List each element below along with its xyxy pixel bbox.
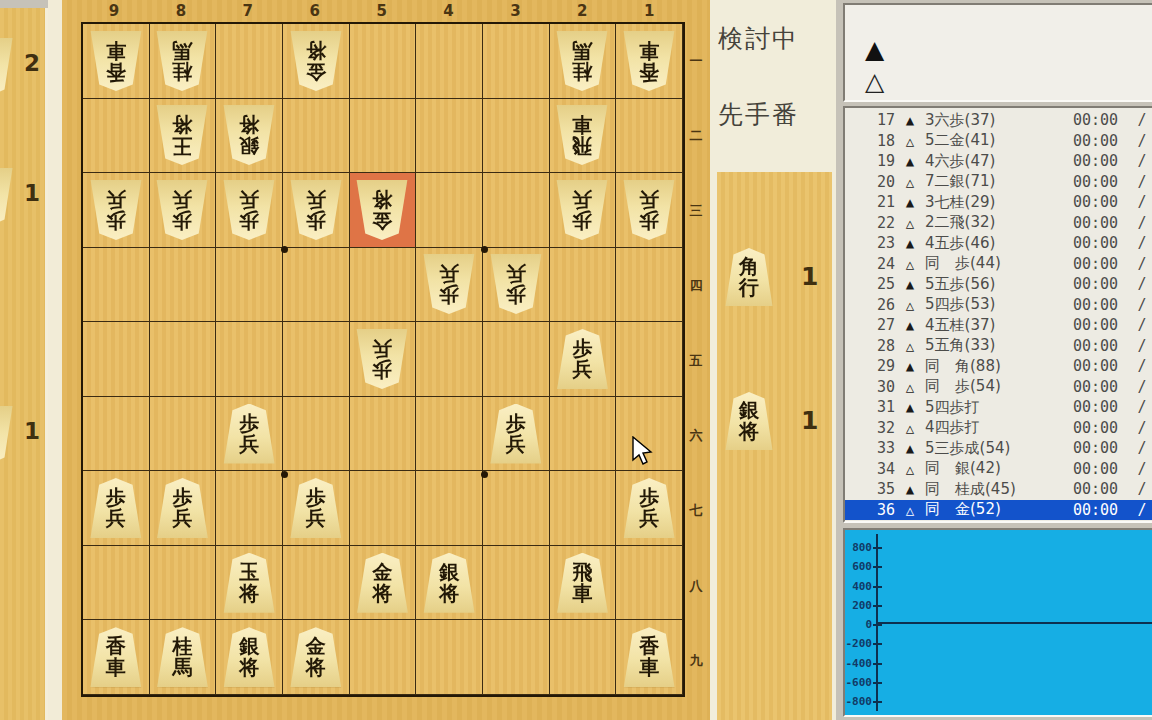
move-mv: 5三歩成(54) [925, 439, 1073, 458]
rank-label-六: 六 [686, 427, 706, 445]
move-row-35[interactable]: 35▲同 桂成(45)00:00/ [845, 479, 1152, 500]
move-sl: / [1133, 193, 1151, 211]
board-cell-3九[interactable] [483, 620, 550, 695]
board-cell-8九[interactable]: 桂馬 [150, 620, 217, 695]
move-no: 32 [845, 419, 895, 437]
move-mk: △ [895, 256, 925, 272]
move-mv: 3七桂(29) [925, 193, 1073, 212]
board-cell-4三[interactable] [416, 173, 483, 248]
koma-sente-角行: 角行 [724, 248, 774, 306]
eval-tick-mark [873, 643, 882, 645]
move-no: 34 [845, 460, 895, 478]
move-sl: / [1133, 501, 1151, 519]
board-cell-6七[interactable]: 歩兵 [283, 471, 350, 546]
eval-tick-label--200: -200 [845, 637, 872, 650]
koma-sente-香車: 香車 [622, 627, 676, 687]
board-cell-1七[interactable]: 歩兵 [616, 471, 683, 546]
board-cell-5二[interactable] [350, 99, 417, 174]
move-mk: △ [895, 174, 925, 190]
move-no: 18 [845, 132, 895, 150]
board-cell-2六[interactable] [550, 397, 617, 472]
koma-gote-香車: 香車 [622, 31, 676, 91]
file-label-3: 3 [503, 2, 527, 20]
player-info-box: ▲ △ [843, 3, 1152, 102]
move-mk: ▲ [895, 481, 925, 497]
board-cell-9二[interactable] [83, 99, 150, 174]
eval-tick-label-800: 800 [845, 541, 872, 554]
move-row-32[interactable]: 32△4四歩打00:00/ [845, 418, 1152, 439]
move-sl: / [1133, 337, 1151, 355]
move-mk: △ [895, 338, 925, 354]
move-tm: 00:00 [1073, 173, 1133, 191]
board-cell-6六[interactable] [283, 397, 350, 472]
board-cell-5五[interactable]: 歩兵 [350, 322, 417, 397]
move-row-28[interactable]: 28△5五角(33)00:00/ [845, 336, 1152, 357]
board-cell-9一[interactable]: 香車 [83, 24, 150, 99]
move-mv: 同 金(52) [925, 500, 1073, 519]
eval-tick-mark [873, 663, 882, 665]
koma-gote-桂馬: 桂馬 [555, 31, 609, 91]
board-cell-3四[interactable]: 歩兵 [483, 248, 550, 323]
shogi-analysis-app: 歩兵2桂馬1角行1 987654321 香車桂馬金将桂馬香車王将銀将飛車歩兵歩兵… [0, 0, 1152, 720]
board-cell-3六[interactable]: 歩兵 [483, 397, 550, 472]
move-sl: / [1133, 234, 1151, 252]
move-mv: 4六歩(47) [925, 152, 1073, 171]
move-row-18[interactable]: 18△5二金(41)00:00/ [845, 131, 1152, 152]
move-row-31[interactable]: 31▲5四歩打00:00/ [845, 397, 1152, 418]
move-sl: / [1133, 255, 1151, 273]
mouse-cursor-icon [632, 436, 654, 470]
move-tm: 00:00 [1073, 214, 1133, 232]
rank-label-四: 四 [686, 277, 706, 295]
shogi-board: 香車桂馬金将桂馬香車王将銀将飛車歩兵歩兵歩兵歩兵金将歩兵歩兵歩兵歩兵歩兵歩兵歩兵… [81, 22, 685, 697]
move-no: 33 [845, 439, 895, 457]
koma-sente-玉将: 玉将 [222, 553, 276, 613]
board-cell-5三[interactable]: 金将 [350, 173, 417, 248]
move-mk: △ [895, 379, 925, 395]
koma-sente-香車: 香車 [89, 627, 143, 687]
board-cell-6四[interactable] [283, 248, 350, 323]
move-no: 28 [845, 337, 895, 355]
move-mk: ▲ [895, 317, 925, 333]
koma-gote-香車: 香車 [89, 31, 143, 91]
board-cell-2八[interactable]: 飛車 [550, 546, 617, 621]
move-no: 35 [845, 480, 895, 498]
board-cell-9七[interactable]: 歩兵 [83, 471, 150, 546]
koma-sente-銀将: 銀将 [422, 553, 476, 613]
board-cell-2五[interactable]: 歩兵 [550, 322, 617, 397]
move-mv: 5五歩(56) [925, 275, 1073, 294]
move-mk: ▲ [895, 194, 925, 210]
move-sl: / [1133, 460, 1151, 478]
move-row-20[interactable]: 20△7二銀(71)00:00/ [845, 172, 1152, 193]
move-mk: △ [895, 461, 925, 477]
move-tm: 00:00 [1073, 460, 1133, 478]
hand-count-gote-桂馬: 1 [24, 180, 40, 206]
move-row-34[interactable]: 34△同 銀(42)00:00/ [845, 459, 1152, 480]
divider [48, 0, 62, 720]
eval-tick-mark [873, 586, 882, 588]
koma-sente-歩兵: 歩兵 [489, 404, 543, 464]
analysis-status-label: 検討中 [718, 22, 799, 55]
move-sl: / [1133, 316, 1151, 334]
move-mk: △ [895, 420, 925, 436]
eval-zero-line [876, 622, 1152, 624]
move-sl: / [1133, 419, 1151, 437]
file-label-1: 1 [637, 2, 661, 20]
board-cell-6九[interactable]: 金将 [283, 620, 350, 695]
move-no: 25 [845, 275, 895, 293]
move-mv: 同 歩(44) [925, 254, 1073, 273]
move-row-17[interactable]: 17▲3六歩(37)00:00/ [845, 110, 1152, 131]
board-cell-4八[interactable]: 銀将 [416, 546, 483, 621]
board-cell-2四[interactable] [550, 248, 617, 323]
move-tm: 00:00 [1073, 255, 1133, 273]
eval-tick-label--800: -800 [845, 695, 872, 708]
move-mv: 5五角(33) [925, 336, 1073, 355]
board-cell-6一[interactable]: 金将 [283, 24, 350, 99]
eval-tick-mark [873, 566, 882, 568]
board-cell-9五[interactable] [83, 322, 150, 397]
move-mk: ▲ [895, 153, 925, 169]
move-tm: 00:00 [1073, 296, 1133, 314]
koma-gote-王将: 王将 [155, 105, 209, 165]
board-cell-1三[interactable]: 歩兵 [616, 173, 683, 248]
move-mv: 4五桂(37) [925, 316, 1073, 335]
hand-piece-gote-桂馬: 桂馬 [0, 168, 14, 226]
hoshi-point [481, 246, 488, 253]
board-cell-4五[interactable] [416, 322, 483, 397]
board-cell-3五[interactable] [483, 322, 550, 397]
koma-sente-歩兵: 歩兵 [555, 329, 609, 389]
board-cell-4七[interactable] [416, 471, 483, 546]
board-cell-8五[interactable] [150, 322, 217, 397]
move-sl: / [1133, 214, 1151, 232]
hand-count-gote-角行: 1 [24, 418, 40, 444]
koma-gote-歩兵: 歩兵 [89, 180, 143, 240]
eval-tick-mark [873, 682, 882, 684]
koma-gote-歩兵: 歩兵 [155, 180, 209, 240]
eval-tick-label-600: 600 [845, 560, 872, 573]
koma-sente-歩兵: 歩兵 [155, 478, 209, 538]
board-cell-8二[interactable]: 王将 [150, 99, 217, 174]
eval-tick-mark [873, 701, 882, 703]
board-cell-7四[interactable] [216, 248, 283, 323]
move-tm: 00:00 [1073, 419, 1133, 437]
move-mv: 同 桂成(45) [925, 480, 1073, 499]
move-sl: / [1133, 398, 1151, 416]
move-sl: / [1133, 152, 1151, 170]
board-cell-9九[interactable]: 香車 [83, 620, 150, 695]
eval-tick-label--400: -400 [845, 657, 872, 670]
move-row-25[interactable]: 25▲5五歩(56)00:00/ [845, 274, 1152, 295]
board-cell-1五[interactable] [616, 322, 683, 397]
move-row-29[interactable]: 29▲同 角(88)00:00/ [845, 356, 1152, 377]
koma-gote-角行: 角行 [0, 406, 14, 464]
move-mv: 同 歩(54) [925, 377, 1073, 396]
move-row-33[interactable]: 33▲5三歩成(54)00:00/ [845, 438, 1152, 459]
board-cell-7五[interactable] [216, 322, 283, 397]
move-row-23[interactable]: 23▲4五歩(46)00:00/ [845, 233, 1152, 254]
file-label-2: 2 [570, 2, 594, 20]
board-cell-7九[interactable]: 銀将 [216, 620, 283, 695]
rank-label-八: 八 [686, 577, 706, 595]
hand-count-gote-歩兵: 2 [24, 50, 40, 76]
move-mv: 5二金(41) [925, 131, 1073, 150]
hoshi-point [481, 471, 488, 478]
board-cell-3一[interactable] [483, 24, 550, 99]
file-label-4: 4 [437, 2, 461, 20]
koma-sente-金将: 金将 [355, 553, 409, 613]
koma-gote-金将: 金将 [289, 31, 343, 91]
koma-gote-歩兵: 歩兵 [489, 254, 543, 314]
move-mk: ▲ [895, 112, 925, 128]
move-mk: △ [895, 133, 925, 149]
board-cell-1一[interactable]: 香車 [616, 24, 683, 99]
move-sl: / [1133, 275, 1151, 293]
board-cell-1二[interactable] [616, 99, 683, 174]
hoshi-point [281, 471, 288, 478]
koma-gote-歩兵: 歩兵 [0, 38, 14, 96]
move-sl: / [1133, 173, 1151, 191]
board-cell-8六[interactable] [150, 397, 217, 472]
board-cell-3八[interactable] [483, 546, 550, 621]
board-cell-6三[interactable]: 歩兵 [283, 173, 350, 248]
board-cell-3七[interactable] [483, 471, 550, 546]
koma-gote-歩兵: 歩兵 [555, 180, 609, 240]
board-cell-2一[interactable]: 桂馬 [550, 24, 617, 99]
move-mk: △ [895, 297, 925, 313]
board-cell-9八[interactable] [83, 546, 150, 621]
eval-tick-label-0: 0 [845, 618, 872, 631]
move-mk: ▲ [895, 276, 925, 292]
move-tm: 00:00 [1073, 439, 1133, 457]
sente-player-mark: ▲ [865, 35, 884, 64]
move-mk: ▲ [895, 440, 925, 456]
board-cell-9四[interactable] [83, 248, 150, 323]
rank-label-五: 五 [686, 352, 706, 370]
move-tm: 00:00 [1073, 234, 1133, 252]
gote-hand-tray: 歩兵2桂馬1角行1 [0, 8, 48, 720]
move-no: 36 [845, 501, 895, 519]
board-cell-3二[interactable] [483, 99, 550, 174]
hoshi-point [281, 246, 288, 253]
file-label-6: 6 [303, 2, 327, 20]
board-cell-9三[interactable]: 歩兵 [83, 173, 150, 248]
move-row-36[interactable]: 36△同 金(52)00:00/ [845, 500, 1152, 521]
hand-count-sente-角行: 1 [801, 262, 818, 291]
board-cell-4四[interactable]: 歩兵 [416, 248, 483, 323]
koma-sente-飛車: 飛車 [555, 553, 609, 613]
eval-tick-mark [873, 605, 882, 607]
koma-gote-歩兵: 歩兵 [422, 254, 476, 314]
move-no: 27 [845, 316, 895, 334]
move-no: 17 [845, 111, 895, 129]
move-mk: ▲ [895, 235, 925, 251]
move-tm: 00:00 [1073, 316, 1133, 334]
sente-hand-tray: 角行1銀将1 [717, 172, 832, 720]
hand-piece-sente-銀将: 銀将 [724, 392, 774, 450]
board-cell-2九[interactable] [550, 620, 617, 695]
board-cell-2三[interactable]: 歩兵 [550, 173, 617, 248]
board-cell-8七[interactable]: 歩兵 [150, 471, 217, 546]
hand-piece-sente-角行: 角行 [724, 248, 774, 306]
move-no: 31 [845, 398, 895, 416]
board-cell-7二[interactable]: 銀将 [216, 99, 283, 174]
koma-sente-桂馬: 桂馬 [155, 627, 209, 687]
board-cell-2二[interactable]: 飛車 [550, 99, 617, 174]
move-no: 30 [845, 378, 895, 396]
move-row-26[interactable]: 26△5四歩(53)00:00/ [845, 295, 1152, 316]
board-cell-5一[interactable] [350, 24, 417, 99]
move-row-27[interactable]: 27▲4五桂(37)00:00/ [845, 315, 1152, 336]
board-cell-3三[interactable] [483, 173, 550, 248]
board-cell-5六[interactable] [350, 397, 417, 472]
move-sl: / [1133, 378, 1151, 396]
move-tm: 00:00 [1073, 193, 1133, 211]
move-sl: / [1133, 132, 1151, 150]
file-label-5: 5 [370, 2, 394, 20]
move-mv: 4五歩(46) [925, 234, 1073, 253]
board-cell-9六[interactable] [83, 397, 150, 472]
board-cell-5八[interactable]: 金将 [350, 546, 417, 621]
move-row-30[interactable]: 30△同 歩(54)00:00/ [845, 377, 1152, 398]
board-cell-7一[interactable] [216, 24, 283, 99]
move-no: 29 [845, 357, 895, 375]
board-cell-8四[interactable] [150, 248, 217, 323]
move-row-21[interactable]: 21▲3七桂(29)00:00/ [845, 192, 1152, 213]
move-tm: 00:00 [1073, 501, 1133, 519]
board-cell-1九[interactable]: 香車 [616, 620, 683, 695]
koma-gote-金将: 金将 [355, 180, 409, 240]
move-row-22[interactable]: 22△2二飛(32)00:00/ [845, 213, 1152, 234]
move-sl: / [1133, 296, 1151, 314]
move-mv: 同 角(88) [925, 357, 1073, 376]
move-tm: 00:00 [1073, 132, 1133, 150]
koma-sente-銀将: 銀将 [222, 627, 276, 687]
koma-gote-歩兵: 歩兵 [222, 180, 276, 240]
move-mk: ▲ [895, 399, 925, 415]
move-no: 19 [845, 152, 895, 170]
move-no: 21 [845, 193, 895, 211]
eval-tick-label--600: -600 [845, 676, 872, 689]
board-cell-4一[interactable] [416, 24, 483, 99]
file-label-9: 9 [102, 2, 126, 20]
board-cell-1四[interactable] [616, 248, 683, 323]
move-row-24[interactable]: 24△同 歩(44)00:00/ [845, 254, 1152, 275]
board-cell-4六[interactable] [416, 397, 483, 472]
koma-gote-歩兵: 歩兵 [622, 180, 676, 240]
koma-gote-銀将: 銀将 [222, 105, 276, 165]
board-cell-5七[interactable] [350, 471, 417, 546]
rank-label-七: 七 [686, 502, 706, 520]
move-mv: 5四歩打 [925, 398, 1073, 417]
move-sl: / [1133, 357, 1151, 375]
move-mk: △ [895, 215, 925, 231]
rank-label-一: 一 [686, 52, 706, 70]
move-tm: 00:00 [1073, 337, 1133, 355]
koma-gote-飛車: 飛車 [555, 105, 609, 165]
move-no: 22 [845, 214, 895, 232]
koma-sente-金将: 金将 [289, 627, 343, 687]
gote-player-mark: △ [865, 67, 884, 96]
koma-gote-歩兵: 歩兵 [355, 329, 409, 389]
koma-gote-桂馬: 桂馬 [0, 168, 14, 226]
file-label-8: 8 [169, 2, 193, 20]
rank-label-三: 三 [686, 202, 706, 220]
hand-piece-gote-歩兵: 歩兵 [0, 38, 14, 96]
eval-tick-label-400: 400 [845, 580, 872, 593]
move-tm: 00:00 [1073, 152, 1133, 170]
board-cell-5四[interactable] [350, 248, 417, 323]
board-cell-4二[interactable] [416, 99, 483, 174]
board-cell-8三[interactable]: 歩兵 [150, 173, 217, 248]
eval-tick-mark [873, 547, 882, 549]
board-cell-7七[interactable] [216, 471, 283, 546]
move-no: 26 [845, 296, 895, 314]
board-cell-2七[interactable] [550, 471, 617, 546]
file-label-7: 7 [236, 2, 260, 20]
rank-label-九: 九 [686, 652, 706, 670]
board-cell-8八[interactable] [150, 546, 217, 621]
move-sl: / [1133, 111, 1151, 129]
board-cell-7三[interactable]: 歩兵 [216, 173, 283, 248]
koma-sente-歩兵: 歩兵 [289, 478, 343, 538]
move-tm: 00:00 [1073, 378, 1133, 396]
move-sl: / [1133, 439, 1151, 457]
board-cell-6二[interactable] [283, 99, 350, 174]
move-tm: 00:00 [1073, 398, 1133, 416]
move-mv: 4四歩打 [925, 418, 1073, 437]
board-cell-6五[interactable] [283, 322, 350, 397]
move-no: 23 [845, 234, 895, 252]
rank-label-二: 二 [686, 127, 706, 145]
move-mv: 同 銀(42) [925, 459, 1073, 478]
board-cell-6八[interactable] [283, 546, 350, 621]
move-tm: 00:00 [1073, 111, 1133, 129]
eval-tick-mark [873, 624, 882, 626]
move-tm: 00:00 [1073, 480, 1133, 498]
move-mk: △ [895, 502, 925, 518]
move-no: 20 [845, 173, 895, 191]
hand-count-sente-銀将: 1 [801, 406, 818, 435]
move-row-19[interactable]: 19▲4六歩(47)00:00/ [845, 151, 1152, 172]
board-cell-4九[interactable] [416, 620, 483, 695]
move-list[interactable]: 17▲3六歩(37)00:00/18△5二金(41)00:00/19▲4六歩(4… [843, 106, 1152, 523]
board-cell-5九[interactable] [350, 620, 417, 695]
move-mv: 3六歩(37) [925, 111, 1073, 130]
move-mv: 2二飛(32) [925, 213, 1073, 232]
hand-piece-gote-角行: 角行 [0, 406, 14, 464]
board-cell-7八[interactable]: 玉将 [216, 546, 283, 621]
evaluation-graph: 8006004002000-200-400-600-800 [843, 528, 1152, 717]
move-tm: 00:00 [1073, 357, 1133, 375]
koma-sente-歩兵: 歩兵 [222, 404, 276, 464]
board-cell-8一[interactable]: 桂馬 [150, 24, 217, 99]
move-mk: ▲ [895, 358, 925, 374]
move-mv: 7二銀(71) [925, 172, 1073, 191]
koma-sente-歩兵: 歩兵 [89, 478, 143, 538]
eval-tick-label-200: 200 [845, 599, 872, 612]
board-cell-7六[interactable]: 歩兵 [216, 397, 283, 472]
move-mv: 5四歩(53) [925, 295, 1073, 314]
move-tm: 00:00 [1073, 275, 1133, 293]
turn-indicator-label: 先手番 [718, 98, 799, 131]
move-no: 24 [845, 255, 895, 273]
board-cell-1八[interactable] [616, 546, 683, 621]
koma-sente-歩兵: 歩兵 [622, 478, 676, 538]
koma-gote-歩兵: 歩兵 [289, 180, 343, 240]
